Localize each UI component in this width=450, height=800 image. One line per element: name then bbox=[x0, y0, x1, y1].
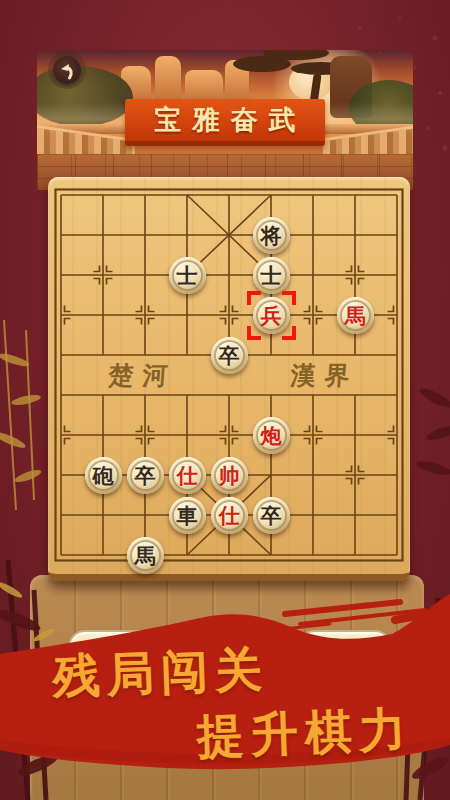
piece-black-cannon[interactable]: 砲 bbox=[85, 457, 122, 494]
board-point[interactable]: 士 bbox=[166, 255, 208, 295]
piece-red-advisor[interactable]: 仕 bbox=[169, 457, 206, 494]
piece-label: 仕 bbox=[219, 505, 240, 526]
piece-label: 帅 bbox=[219, 465, 240, 486]
piece-black-horse[interactable]: 馬 bbox=[127, 537, 164, 574]
board-point[interactable] bbox=[82, 255, 124, 295]
board-point[interactable] bbox=[292, 495, 334, 535]
board-point[interactable] bbox=[208, 535, 250, 575]
board-point[interactable] bbox=[40, 415, 82, 455]
board-point[interactable]: 士 bbox=[250, 255, 292, 295]
piece-red-horse[interactable]: 馬 bbox=[337, 297, 374, 334]
board-point[interactable] bbox=[40, 455, 82, 495]
board-point[interactable] bbox=[376, 295, 418, 335]
stage-title: 宝雅奋武 bbox=[144, 102, 307, 138]
board-point[interactable] bbox=[376, 495, 418, 535]
scene-header: 宝雅奋武 bbox=[37, 50, 413, 190]
board-point[interactable] bbox=[250, 375, 292, 415]
piece-label: 将 bbox=[261, 225, 282, 246]
piece-label: 卒 bbox=[261, 505, 282, 526]
board-point[interactable] bbox=[334, 335, 376, 375]
board-point[interactable]: 将 bbox=[250, 215, 292, 255]
board-point[interactable] bbox=[208, 415, 250, 455]
board-point[interactable]: 卒 bbox=[250, 495, 292, 535]
piece-label: 士 bbox=[261, 265, 282, 286]
board-point[interactable] bbox=[250, 455, 292, 495]
board-point[interactable] bbox=[376, 535, 418, 575]
board-point[interactable]: 卒 bbox=[124, 455, 166, 495]
board-point[interactable] bbox=[40, 335, 82, 375]
piece-label: 士 bbox=[177, 265, 198, 286]
board-point[interactable]: 仕 bbox=[208, 495, 250, 535]
board-point[interactable]: 兵 bbox=[250, 295, 292, 335]
board-point[interactable] bbox=[40, 375, 82, 415]
board-point[interactable] bbox=[40, 295, 82, 335]
app-screen: 宝雅奋武 上一步 下一步 楚河 漢界 将士士兵馬卒炮砲卒仕帅車仕卒馬 bbox=[0, 0, 450, 800]
board-point[interactable] bbox=[166, 295, 208, 335]
board-point[interactable] bbox=[334, 175, 376, 215]
board-point[interactable] bbox=[124, 335, 166, 375]
board-point[interactable] bbox=[40, 215, 82, 255]
board-point[interactable] bbox=[292, 375, 334, 415]
piece-black-soldier[interactable]: 卒 bbox=[127, 457, 164, 494]
board-point[interactable] bbox=[376, 175, 418, 215]
xiangqi-board-panel: 楚河 漢界 将士士兵馬卒炮砲卒仕帅車仕卒馬 bbox=[48, 177, 410, 581]
piece-black-chariot[interactable]: 車 bbox=[169, 497, 206, 534]
board-point[interactable] bbox=[82, 335, 124, 375]
board-point[interactable] bbox=[292, 535, 334, 575]
board-point[interactable] bbox=[334, 375, 376, 415]
board-point[interactable] bbox=[166, 175, 208, 215]
board-point[interactable] bbox=[334, 455, 376, 495]
board-point[interactable]: 炮 bbox=[250, 415, 292, 455]
board-point[interactable] bbox=[82, 415, 124, 455]
board-point[interactable] bbox=[82, 375, 124, 415]
board-point[interactable]: 帅 bbox=[208, 455, 250, 495]
board-point[interactable] bbox=[292, 175, 334, 215]
board-point[interactable] bbox=[334, 255, 376, 295]
board-point[interactable] bbox=[82, 535, 124, 575]
back-arrow-icon bbox=[57, 62, 77, 82]
piece-label: 馬 bbox=[345, 305, 366, 326]
piece-label: 仕 bbox=[177, 465, 198, 486]
board-point[interactable] bbox=[40, 255, 82, 295]
bamboo-decoration-right-dark bbox=[416, 378, 450, 488]
piece-label: 炮 bbox=[261, 425, 282, 446]
prev-move-button[interactable]: 上一步 bbox=[68, 630, 162, 674]
board-point[interactable] bbox=[166, 335, 208, 375]
piece-red-general[interactable]: 帅 bbox=[211, 457, 248, 494]
board-point[interactable] bbox=[292, 455, 334, 495]
board-point[interactable] bbox=[82, 295, 124, 335]
board-point[interactable] bbox=[334, 495, 376, 535]
board-point[interactable] bbox=[208, 295, 250, 335]
board-point[interactable] bbox=[40, 175, 82, 215]
piece-label: 砲 bbox=[93, 465, 114, 486]
piece-red-soldier[interactable]: 兵 bbox=[253, 297, 290, 334]
piece-black-general[interactable]: 将 bbox=[253, 217, 290, 254]
board-point[interactable] bbox=[376, 255, 418, 295]
board-point[interactable] bbox=[208, 255, 250, 295]
board-point[interactable]: 馬 bbox=[124, 535, 166, 575]
board-point[interactable]: 砲 bbox=[82, 455, 124, 495]
board-point[interactable] bbox=[124, 375, 166, 415]
board-point[interactable] bbox=[40, 535, 82, 575]
board-point[interactable] bbox=[208, 215, 250, 255]
board-point[interactable] bbox=[82, 495, 124, 535]
board-point[interactable] bbox=[166, 375, 208, 415]
piece-black-soldier[interactable]: 卒 bbox=[253, 497, 290, 534]
stage-title-banner: 宝雅奋武 bbox=[125, 99, 325, 146]
board-point[interactable] bbox=[376, 335, 418, 375]
board-point[interactable] bbox=[292, 215, 334, 255]
board-point[interactable] bbox=[334, 215, 376, 255]
piece-red-advisor[interactable]: 仕 bbox=[211, 497, 248, 534]
board-point[interactable] bbox=[124, 255, 166, 295]
board-point[interactable] bbox=[250, 535, 292, 575]
board-point[interactable] bbox=[40, 495, 82, 535]
pieces-layer: 将士士兵馬卒炮砲卒仕帅車仕卒馬 bbox=[40, 175, 418, 575]
board-point[interactable] bbox=[82, 175, 124, 215]
board-point[interactable] bbox=[334, 535, 376, 575]
board-point[interactable] bbox=[250, 175, 292, 215]
board-point[interactable] bbox=[376, 455, 418, 495]
board-point[interactable]: 車 bbox=[166, 495, 208, 535]
piece-label: 兵 bbox=[261, 305, 282, 326]
piece-black-advisor[interactable]: 士 bbox=[253, 257, 290, 294]
board-point[interactable] bbox=[124, 215, 166, 255]
board-point[interactable] bbox=[376, 415, 418, 455]
board-point[interactable] bbox=[376, 215, 418, 255]
board-point[interactable] bbox=[208, 175, 250, 215]
board-point[interactable] bbox=[292, 255, 334, 295]
board-point[interactable] bbox=[124, 175, 166, 215]
board-point[interactable]: 卒 bbox=[208, 335, 250, 375]
piece-label: 卒 bbox=[135, 465, 156, 486]
control-tray: 上一步 下一步 bbox=[30, 575, 424, 800]
board-point[interactable] bbox=[166, 215, 208, 255]
piece-label: 車 bbox=[177, 505, 198, 526]
board-point[interactable]: 仕 bbox=[166, 455, 208, 495]
piece-black-soldier[interactable]: 卒 bbox=[211, 337, 248, 374]
board-point[interactable] bbox=[334, 415, 376, 455]
board-point[interactable] bbox=[376, 375, 418, 415]
board-point[interactable] bbox=[292, 335, 334, 375]
board-point[interactable] bbox=[292, 295, 334, 335]
next-move-button[interactable]: 下一步 bbox=[298, 630, 392, 674]
board-point[interactable] bbox=[124, 295, 166, 335]
piece-label: 卒 bbox=[219, 345, 240, 366]
piece-label: 馬 bbox=[135, 545, 156, 566]
back-button[interactable] bbox=[53, 56, 81, 84]
piece-red-cannon[interactable]: 炮 bbox=[253, 417, 290, 454]
board-point[interactable] bbox=[166, 535, 208, 575]
board-point[interactable] bbox=[124, 415, 166, 455]
board-point[interactable] bbox=[166, 415, 208, 455]
piece-black-advisor[interactable]: 士 bbox=[169, 257, 206, 294]
board-point[interactable] bbox=[208, 375, 250, 415]
board-point[interactable] bbox=[292, 415, 334, 455]
board-point[interactable]: 馬 bbox=[334, 295, 376, 335]
board-point[interactable] bbox=[124, 495, 166, 535]
board-point[interactable] bbox=[250, 335, 292, 375]
board-point[interactable] bbox=[82, 215, 124, 255]
